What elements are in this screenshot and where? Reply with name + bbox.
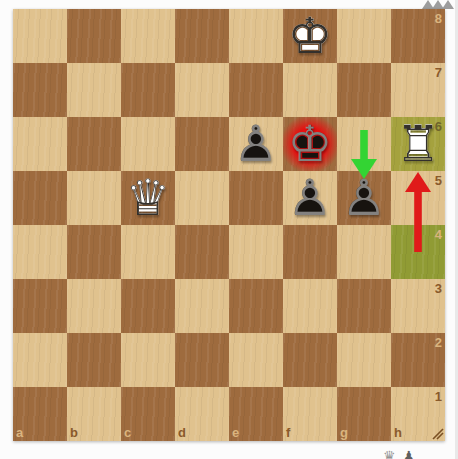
square-a1[interactable]: a bbox=[13, 387, 67, 441]
square-g3[interactable] bbox=[337, 279, 391, 333]
square-b6[interactable] bbox=[67, 117, 121, 171]
chess-board[interactable]: ♚♔87♟♙♚♔♜♖6♛♕♟♙♟♙5432abcdefg1h bbox=[13, 9, 445, 441]
square-d1[interactable]: d bbox=[175, 387, 229, 441]
rank-label-7: 7 bbox=[435, 65, 442, 80]
file-label-e: e bbox=[232, 425, 239, 440]
square-f7[interactable] bbox=[283, 63, 337, 117]
file-label-h: h bbox=[394, 425, 402, 440]
black-pawn[interactable]: ♟♙ bbox=[283, 171, 337, 225]
square-c4[interactable] bbox=[121, 225, 175, 279]
square-e4[interactable] bbox=[229, 225, 283, 279]
square-h8[interactable]: 8 bbox=[391, 9, 445, 63]
file-label-a: a bbox=[16, 425, 23, 440]
white-king-outline: ♔ bbox=[283, 9, 337, 63]
square-g1[interactable]: g bbox=[337, 387, 391, 441]
file-label-b: b bbox=[70, 425, 78, 440]
analysis-board-page: ♚♔87♟♙♚♔♜♖6♛♕♟♙♟♙5432abcdefg1h ♛♟ bbox=[0, 0, 458, 459]
square-g4[interactable] bbox=[337, 225, 391, 279]
square-f4[interactable] bbox=[283, 225, 337, 279]
square-e2[interactable] bbox=[229, 333, 283, 387]
square-d4[interactable] bbox=[175, 225, 229, 279]
square-c8[interactable] bbox=[121, 9, 175, 63]
square-b5[interactable] bbox=[67, 171, 121, 225]
square-b7[interactable] bbox=[67, 63, 121, 117]
square-f1[interactable]: f bbox=[283, 387, 337, 441]
square-a6[interactable] bbox=[13, 117, 67, 171]
file-label-g: g bbox=[340, 425, 348, 440]
square-d7[interactable] bbox=[175, 63, 229, 117]
white-queen-outline: ♕ bbox=[121, 171, 175, 225]
square-a4[interactable] bbox=[13, 225, 67, 279]
black-pawn-outline: ♙ bbox=[283, 171, 337, 225]
square-d2[interactable] bbox=[175, 333, 229, 387]
captured-pieces-tray: ♛♟ bbox=[383, 449, 415, 459]
square-b2[interactable] bbox=[67, 333, 121, 387]
square-g7[interactable] bbox=[337, 63, 391, 117]
square-e6[interactable]: ♟♙ bbox=[229, 117, 283, 171]
file-label-c: c bbox=[124, 425, 131, 440]
square-d8[interactable] bbox=[175, 9, 229, 63]
square-g6[interactable] bbox=[337, 117, 391, 171]
square-a2[interactable] bbox=[13, 333, 67, 387]
black-king[interactable]: ♚♔ bbox=[283, 117, 337, 171]
square-e7[interactable] bbox=[229, 63, 283, 117]
rank-label-1: 1 bbox=[435, 389, 442, 404]
black-king-outline: ♔ bbox=[283, 117, 337, 171]
square-e3[interactable] bbox=[229, 279, 283, 333]
square-a8[interactable] bbox=[13, 9, 67, 63]
square-c7[interactable] bbox=[121, 63, 175, 117]
rank-label-6: 6 bbox=[435, 119, 442, 134]
rank-label-8: 8 bbox=[435, 11, 442, 26]
board-resize-handle[interactable] bbox=[431, 427, 444, 440]
square-d6[interactable] bbox=[175, 117, 229, 171]
file-label-d: d bbox=[178, 425, 186, 440]
pawn-icon: ♟ bbox=[403, 449, 416, 459]
square-c6[interactable] bbox=[121, 117, 175, 171]
black-pawn[interactable]: ♟♙ bbox=[229, 117, 283, 171]
rank-label-5: 5 bbox=[435, 173, 442, 188]
square-e8[interactable] bbox=[229, 9, 283, 63]
square-a7[interactable] bbox=[13, 63, 67, 117]
square-e5[interactable] bbox=[229, 171, 283, 225]
rank-label-2: 2 bbox=[435, 335, 442, 350]
square-a3[interactable] bbox=[13, 279, 67, 333]
square-b4[interactable] bbox=[67, 225, 121, 279]
square-h6[interactable]: ♜♖6 bbox=[391, 117, 445, 171]
square-c2[interactable] bbox=[121, 333, 175, 387]
square-c1[interactable]: c bbox=[121, 387, 175, 441]
square-c3[interactable] bbox=[121, 279, 175, 333]
square-b3[interactable] bbox=[67, 279, 121, 333]
square-h3[interactable]: 3 bbox=[391, 279, 445, 333]
square-h7[interactable]: 7 bbox=[391, 63, 445, 117]
square-f8[interactable]: ♚♔ bbox=[283, 9, 337, 63]
square-d5[interactable] bbox=[175, 171, 229, 225]
black-pawn-outline: ♙ bbox=[337, 171, 391, 225]
black-pawn[interactable]: ♟♙ bbox=[337, 171, 391, 225]
square-g2[interactable] bbox=[337, 333, 391, 387]
queen-icon: ♛ bbox=[383, 449, 396, 459]
square-d3[interactable] bbox=[175, 279, 229, 333]
square-a5[interactable] bbox=[13, 171, 67, 225]
square-e1[interactable]: e bbox=[229, 387, 283, 441]
square-c5[interactable]: ♛♕ bbox=[121, 171, 175, 225]
square-b8[interactable] bbox=[67, 9, 121, 63]
rank-label-3: 3 bbox=[435, 281, 442, 296]
square-f6[interactable]: ♚♔ bbox=[283, 117, 337, 171]
square-f5[interactable]: ♟♙ bbox=[283, 171, 337, 225]
square-h5[interactable]: 5 bbox=[391, 171, 445, 225]
square-h2[interactable]: 2 bbox=[391, 333, 445, 387]
square-b1[interactable]: b bbox=[67, 387, 121, 441]
black-pawn-outline: ♙ bbox=[229, 117, 283, 171]
square-h4[interactable]: 4 bbox=[391, 225, 445, 279]
square-g8[interactable] bbox=[337, 9, 391, 63]
white-king[interactable]: ♚♔ bbox=[283, 9, 337, 63]
white-queen[interactable]: ♛♕ bbox=[121, 171, 175, 225]
crown-icon bbox=[421, 0, 455, 9]
file-label-f: f bbox=[286, 425, 290, 440]
square-g5[interactable]: ♟♙ bbox=[337, 171, 391, 225]
rank-label-4: 4 bbox=[435, 227, 442, 242]
square-f3[interactable] bbox=[283, 279, 337, 333]
square-f2[interactable] bbox=[283, 333, 337, 387]
